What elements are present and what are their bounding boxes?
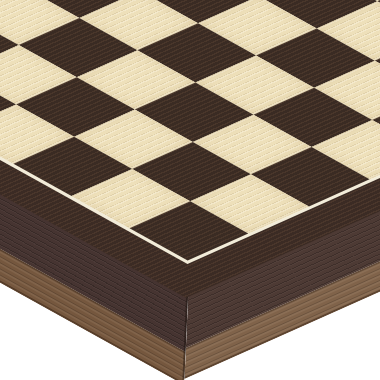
inlay-line xyxy=(0,0,380,264)
chessboard-photo-scene xyxy=(0,0,380,380)
board-assembly xyxy=(0,0,380,380)
playing-field xyxy=(0,0,380,261)
